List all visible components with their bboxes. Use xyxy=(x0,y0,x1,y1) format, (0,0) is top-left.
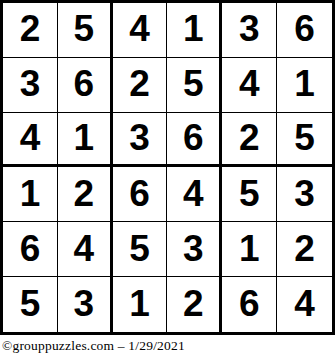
cell-r2c1: 3 xyxy=(3,58,58,113)
cell-r5c2: 4 xyxy=(58,222,113,277)
cell-r6c1: 5 xyxy=(3,277,58,332)
cell-r2c2: 6 xyxy=(58,58,113,113)
cell-r4c6: 3 xyxy=(277,167,332,222)
cell-r6c4: 2 xyxy=(167,277,222,332)
cell-r2c4: 5 xyxy=(167,58,222,113)
cell-r5c4: 3 xyxy=(167,222,222,277)
cell-r4c1: 1 xyxy=(3,167,58,222)
cell-r1c2: 5 xyxy=(58,3,113,58)
cell-r1c3: 4 xyxy=(113,3,168,58)
cell-r5c6: 2 xyxy=(277,222,332,277)
cell-r6c3: 1 xyxy=(113,277,168,332)
cell-r3c2: 1 xyxy=(58,113,113,168)
cell-r6c6: 4 xyxy=(277,277,332,332)
cell-r4c5: 5 xyxy=(222,167,277,222)
cell-r4c4: 4 xyxy=(167,167,222,222)
cell-r2c3: 2 xyxy=(113,58,168,113)
cell-r5c3: 5 xyxy=(113,222,168,277)
cell-r4c2: 2 xyxy=(58,167,113,222)
cell-r3c1: 4 xyxy=(3,113,58,168)
cell-r6c5: 6 xyxy=(222,277,277,332)
cell-r2c6: 1 xyxy=(277,58,332,113)
cell-r1c4: 1 xyxy=(167,3,222,58)
cell-r3c5: 2 xyxy=(222,113,277,168)
cell-r2c5: 4 xyxy=(222,58,277,113)
cell-r1c6: 6 xyxy=(277,3,332,58)
cell-r3c4: 6 xyxy=(167,113,222,168)
cell-r5c1: 6 xyxy=(3,222,58,277)
sudoku-board: 254136362541413625126453645312531264 xyxy=(0,0,335,335)
cell-r1c1: 2 xyxy=(3,3,58,58)
cell-r1c5: 3 xyxy=(222,3,277,58)
cell-r4c3: 6 xyxy=(113,167,168,222)
cell-r5c5: 1 xyxy=(222,222,277,277)
cell-r3c3: 3 xyxy=(113,113,168,168)
cell-r3c6: 5 xyxy=(277,113,332,168)
cell-r6c2: 3 xyxy=(58,277,113,332)
copyright-credit: ©grouppuzzles.com – 1/29/2021 xyxy=(2,338,185,354)
